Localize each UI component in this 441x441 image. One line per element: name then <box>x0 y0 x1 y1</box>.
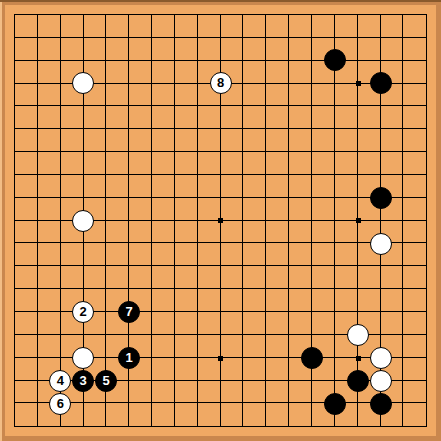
grid-cell <box>198 312 221 335</box>
grid-cell <box>38 289 61 312</box>
grid-cell <box>152 198 175 221</box>
grid-cell <box>38 175 61 198</box>
grid-cell <box>106 106 129 129</box>
grid-cell <box>243 198 266 221</box>
grid-cell <box>175 152 198 175</box>
stone-black-move-1: 1 <box>118 347 140 369</box>
grid-cell <box>106 152 129 175</box>
grid-cell <box>106 15 129 38</box>
grid-cell <box>221 312 244 335</box>
grid-cell <box>403 289 426 312</box>
grid-cell <box>198 106 221 129</box>
grid-cell <box>15 84 38 107</box>
grid-cell <box>289 381 312 404</box>
grid-cell <box>221 129 244 152</box>
grid-cell <box>335 175 358 198</box>
grid-cell <box>152 312 175 335</box>
grid-cell <box>289 221 312 244</box>
grid-cell <box>266 312 289 335</box>
grid-cell <box>381 129 404 152</box>
grid-cell <box>221 358 244 381</box>
grid-cell <box>38 152 61 175</box>
grid-cell <box>221 152 244 175</box>
grid-cell <box>289 15 312 38</box>
grid-cell <box>266 15 289 38</box>
grid-cell <box>289 106 312 129</box>
grid-cell <box>106 175 129 198</box>
grid-cell <box>243 335 266 358</box>
stone-black <box>324 393 346 415</box>
grid-cell <box>198 403 221 426</box>
grid-cell <box>175 198 198 221</box>
grid-cell <box>403 61 426 84</box>
grid-cell <box>403 381 426 404</box>
grid-cell <box>221 175 244 198</box>
grid-cell <box>15 198 38 221</box>
grid-cell <box>61 152 84 175</box>
grid-cell <box>221 403 244 426</box>
stone-white <box>370 233 392 255</box>
grid-cell <box>243 15 266 38</box>
grid-cell <box>129 403 152 426</box>
grid-cell <box>243 84 266 107</box>
grid-cell <box>15 61 38 84</box>
grid-cell <box>198 358 221 381</box>
grid-cell <box>358 266 381 289</box>
grid-cell <box>381 106 404 129</box>
grid-cell <box>198 381 221 404</box>
grid-cell <box>266 38 289 61</box>
grid-cell <box>84 106 107 129</box>
grid-cell <box>129 106 152 129</box>
grid-cell <box>38 335 61 358</box>
grid-cell <box>221 15 244 38</box>
grid-cell <box>38 61 61 84</box>
grid-cell <box>152 61 175 84</box>
grid-cell <box>221 381 244 404</box>
grid-cell <box>129 129 152 152</box>
grid-cell <box>335 106 358 129</box>
grid-cell <box>152 15 175 38</box>
grid-cell <box>129 381 152 404</box>
grid-cell <box>312 129 335 152</box>
grid-cell <box>129 61 152 84</box>
grid-cell <box>15 129 38 152</box>
grid-cell <box>221 335 244 358</box>
grid-cell <box>106 221 129 244</box>
grid-cell <box>106 198 129 221</box>
go-board: 82714356 <box>0 0 441 441</box>
grid-cell <box>175 84 198 107</box>
grid-cell <box>15 106 38 129</box>
grid-cell <box>312 106 335 129</box>
grid-cell <box>198 175 221 198</box>
grid-cell <box>15 266 38 289</box>
grid-cell <box>15 358 38 381</box>
grid-cell <box>175 15 198 38</box>
grid-cell <box>84 38 107 61</box>
star-point <box>218 218 223 223</box>
stone-white <box>72 210 94 232</box>
grid-cell <box>106 243 129 266</box>
star-point <box>356 356 361 361</box>
stone-black-move-5: 5 <box>95 370 117 392</box>
grid-cell <box>403 335 426 358</box>
grid-cell <box>243 243 266 266</box>
grid-cell <box>38 243 61 266</box>
grid-cell <box>198 15 221 38</box>
grid-cell <box>335 198 358 221</box>
grid-cell <box>243 175 266 198</box>
grid-cell <box>381 152 404 175</box>
grid-cell <box>106 403 129 426</box>
grid-cell <box>289 61 312 84</box>
grid-cell <box>266 129 289 152</box>
star-point <box>356 218 361 223</box>
grid-cell <box>358 38 381 61</box>
grid-cell <box>243 381 266 404</box>
grid-cell <box>266 289 289 312</box>
grid-cell <box>243 106 266 129</box>
grid-cell <box>335 129 358 152</box>
stone-black <box>370 187 392 209</box>
grid-cell <box>381 15 404 38</box>
grid-cell <box>312 312 335 335</box>
grid-cell <box>403 152 426 175</box>
grid-cell <box>289 266 312 289</box>
grid-cell <box>289 175 312 198</box>
grid-cell <box>221 38 244 61</box>
grid-cell <box>403 358 426 381</box>
grid-cell <box>106 61 129 84</box>
grid-cell <box>152 266 175 289</box>
grid-cell <box>312 266 335 289</box>
grid-cell <box>38 198 61 221</box>
grid-cell <box>403 15 426 38</box>
grid-cell <box>129 198 152 221</box>
grid-cell <box>243 38 266 61</box>
grid-cell <box>15 403 38 426</box>
grid-cell <box>152 381 175 404</box>
grid-cell <box>335 152 358 175</box>
grid-cell <box>266 381 289 404</box>
grid-cell <box>403 84 426 107</box>
grid-cell <box>175 221 198 244</box>
grid-cell <box>106 38 129 61</box>
grid-cell <box>198 289 221 312</box>
grid-cell <box>106 129 129 152</box>
grid-cell <box>61 38 84 61</box>
grid-cell <box>221 289 244 312</box>
grid-cell <box>266 221 289 244</box>
grid-cell <box>15 243 38 266</box>
grid-cell <box>403 243 426 266</box>
grid-cell <box>289 243 312 266</box>
grid-cell <box>358 129 381 152</box>
grid-cell <box>312 221 335 244</box>
grid-cell <box>129 266 152 289</box>
grid-cell <box>38 106 61 129</box>
grid-cell <box>221 266 244 289</box>
grid-cell <box>175 358 198 381</box>
grid-cell <box>15 312 38 335</box>
grid-cell <box>289 38 312 61</box>
stone-white-move-6: 6 <box>49 393 71 415</box>
grid-cell <box>152 358 175 381</box>
grid-cell <box>403 312 426 335</box>
grid-cell <box>403 198 426 221</box>
grid-cell <box>175 312 198 335</box>
grid-cell <box>335 243 358 266</box>
grid-cell <box>266 266 289 289</box>
grid-cell <box>198 266 221 289</box>
stone-white <box>370 370 392 392</box>
grid-cell <box>221 106 244 129</box>
grid-cell <box>243 129 266 152</box>
grid-cell <box>403 175 426 198</box>
grid-cell <box>266 106 289 129</box>
grid-cell <box>312 152 335 175</box>
grid-cell <box>175 403 198 426</box>
grid-cell <box>175 381 198 404</box>
grid-cell <box>243 289 266 312</box>
grid-cell <box>289 198 312 221</box>
grid-cell <box>243 312 266 335</box>
grid-cell <box>15 381 38 404</box>
grid-cell <box>61 175 84 198</box>
grid-cell <box>61 266 84 289</box>
grid-cell <box>106 84 129 107</box>
grid-cell <box>358 15 381 38</box>
grid-cell <box>38 15 61 38</box>
grid-cell <box>38 312 61 335</box>
grid-cell <box>266 358 289 381</box>
grid-cell <box>312 289 335 312</box>
grid-cell <box>15 289 38 312</box>
grid-cell <box>243 403 266 426</box>
grid-cell <box>312 175 335 198</box>
grid-cell <box>266 175 289 198</box>
grid-cell <box>175 106 198 129</box>
grid-cell <box>129 221 152 244</box>
grid-cell <box>266 243 289 266</box>
grid-cell <box>312 84 335 107</box>
grid-cell <box>152 129 175 152</box>
grid-cell <box>198 129 221 152</box>
stone-white <box>370 347 392 369</box>
grid-cell <box>61 129 84 152</box>
grid-cell <box>198 335 221 358</box>
grid-cell <box>312 243 335 266</box>
grid-cell <box>152 335 175 358</box>
grid-cell <box>38 221 61 244</box>
grid-cell <box>84 129 107 152</box>
grid-cell <box>129 15 152 38</box>
grid-cell <box>175 175 198 198</box>
grid-cell <box>38 266 61 289</box>
grid-cell <box>84 15 107 38</box>
grid-cell <box>335 221 358 244</box>
grid-cell <box>129 152 152 175</box>
grid-cell <box>221 198 244 221</box>
grid-cell <box>221 221 244 244</box>
grid-cell <box>198 243 221 266</box>
grid-cell <box>175 335 198 358</box>
grid-cell <box>129 84 152 107</box>
grid-cell <box>335 266 358 289</box>
grid-cell <box>38 38 61 61</box>
grid-cell <box>152 84 175 107</box>
grid-cell <box>358 289 381 312</box>
grid-cell <box>152 38 175 61</box>
grid-cell <box>243 358 266 381</box>
grid-cell <box>15 152 38 175</box>
stone-white <box>347 324 369 346</box>
grid-cell <box>289 312 312 335</box>
grid-cell <box>358 152 381 175</box>
grid-cell <box>175 266 198 289</box>
grid-cell <box>403 266 426 289</box>
grid-cell <box>15 38 38 61</box>
grid-cell <box>61 106 84 129</box>
grid-cell <box>335 289 358 312</box>
grid-cell <box>175 38 198 61</box>
grid-cell <box>312 15 335 38</box>
grid-cell <box>84 266 107 289</box>
grid-cell <box>152 221 175 244</box>
grid-cell <box>335 84 358 107</box>
grid-cell <box>266 335 289 358</box>
grid-cell <box>335 15 358 38</box>
grid-cell <box>243 266 266 289</box>
grid-cell <box>152 106 175 129</box>
grid-cell <box>266 152 289 175</box>
grid-cell <box>312 198 335 221</box>
grid-cell <box>175 129 198 152</box>
grid-cell <box>266 198 289 221</box>
stone-white-move-8: 8 <box>210 72 232 94</box>
grid-cell <box>15 175 38 198</box>
grid-cell <box>129 175 152 198</box>
grid-cell <box>289 403 312 426</box>
grid-cell <box>403 106 426 129</box>
grid-cell <box>129 38 152 61</box>
grid-cell <box>221 243 244 266</box>
grid-cell <box>152 289 175 312</box>
grid-cell <box>243 152 266 175</box>
grid-cell <box>152 152 175 175</box>
grid-cell <box>15 221 38 244</box>
stone-black-move-3: 3 <box>72 370 94 392</box>
grid-cell <box>243 61 266 84</box>
grid-cell <box>106 266 129 289</box>
grid-cell <box>403 129 426 152</box>
grid-cell <box>358 106 381 129</box>
grid-cell <box>84 175 107 198</box>
grid-cell <box>403 403 426 426</box>
grid-cell <box>243 221 266 244</box>
grid-cell <box>38 84 61 107</box>
grid-cell <box>15 15 38 38</box>
grid-cell <box>198 152 221 175</box>
grid-cell <box>403 221 426 244</box>
star-point <box>356 81 361 86</box>
grid-cell <box>289 152 312 175</box>
grid-cell <box>152 403 175 426</box>
grid-cell <box>15 335 38 358</box>
grid-cell <box>152 243 175 266</box>
grid-cell <box>38 129 61 152</box>
grid-cell <box>198 38 221 61</box>
grid-cell <box>266 61 289 84</box>
grid-cell <box>289 289 312 312</box>
grid-cell <box>84 243 107 266</box>
stone-black <box>347 370 369 392</box>
grid-cell <box>198 221 221 244</box>
grid-cell <box>289 129 312 152</box>
grid-cell <box>61 15 84 38</box>
stone-black <box>370 393 392 415</box>
grid-cell <box>403 38 426 61</box>
grid-cell <box>84 152 107 175</box>
grid-cell <box>129 243 152 266</box>
grid-cell <box>84 403 107 426</box>
star-point <box>218 356 223 361</box>
grid-cell <box>61 243 84 266</box>
grid-cell <box>175 289 198 312</box>
grid-cell <box>381 266 404 289</box>
grid-cell <box>381 312 404 335</box>
grid-cell <box>175 61 198 84</box>
grid-cell <box>175 243 198 266</box>
grid-cell <box>289 84 312 107</box>
stone-black <box>370 72 392 94</box>
grid-cell <box>381 38 404 61</box>
grid-cell <box>266 84 289 107</box>
grid-cell <box>152 175 175 198</box>
grid-cell <box>381 289 404 312</box>
grid-cell <box>266 403 289 426</box>
